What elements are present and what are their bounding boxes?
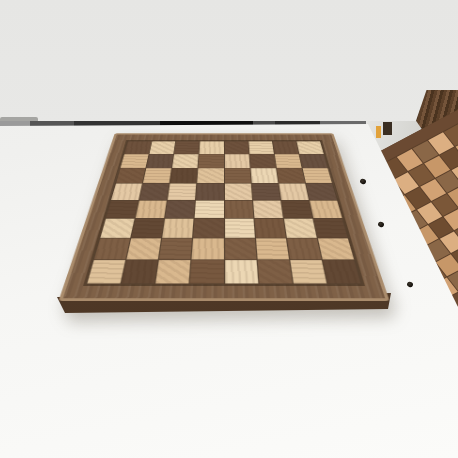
square-a6 xyxy=(116,168,145,183)
square-d6 xyxy=(197,168,223,183)
square-b2 xyxy=(127,238,162,259)
square-a2 xyxy=(94,238,130,259)
square-g2 xyxy=(287,238,322,259)
square-f4 xyxy=(253,200,283,217)
square-h6 xyxy=(303,168,332,183)
square-e6 xyxy=(224,168,250,183)
square-g1 xyxy=(290,260,327,283)
square-b7 xyxy=(146,154,173,168)
square-d4 xyxy=(195,200,224,217)
square-g5 xyxy=(279,184,309,200)
square-d2 xyxy=(192,238,224,259)
square-h5 xyxy=(306,184,337,200)
board-frame xyxy=(59,133,390,301)
square-e2 xyxy=(225,238,257,259)
square-g6 xyxy=(277,168,305,183)
square-b6 xyxy=(143,168,171,183)
square-g7 xyxy=(274,154,301,168)
square-g4 xyxy=(281,200,312,217)
square-h2 xyxy=(318,238,354,259)
square-f1 xyxy=(257,260,292,283)
square-b1 xyxy=(122,260,159,283)
photo-scene xyxy=(0,0,458,458)
chess-board xyxy=(92,60,355,340)
square-f8 xyxy=(248,141,273,154)
square-a1 xyxy=(87,260,125,283)
square-h4 xyxy=(309,200,341,217)
square-d7 xyxy=(198,154,223,168)
square-f2 xyxy=(256,238,289,259)
square-e5 xyxy=(224,184,251,200)
square-h3 xyxy=(313,218,347,237)
square-f6 xyxy=(250,168,277,183)
chess-board-group xyxy=(0,0,458,458)
square-c7 xyxy=(172,154,198,168)
square-b4 xyxy=(136,200,167,217)
square-a4 xyxy=(106,200,138,217)
square-f5 xyxy=(252,184,281,200)
square-c1 xyxy=(156,260,191,283)
square-c8 xyxy=(174,141,199,154)
square-a3 xyxy=(100,218,134,237)
board-grid xyxy=(86,141,362,284)
square-h1 xyxy=(323,260,361,283)
square-b5 xyxy=(140,184,170,200)
square-f7 xyxy=(249,154,275,168)
square-c2 xyxy=(159,238,192,259)
square-d1 xyxy=(190,260,223,283)
square-c6 xyxy=(170,168,197,183)
square-e8 xyxy=(224,141,248,154)
square-c3 xyxy=(162,218,193,237)
square-b3 xyxy=(131,218,164,237)
square-g8 xyxy=(273,141,299,154)
square-b8 xyxy=(149,141,175,154)
square-a8 xyxy=(124,141,151,154)
square-h7 xyxy=(299,154,327,168)
square-a5 xyxy=(111,184,142,200)
square-e7 xyxy=(224,154,249,168)
square-h8 xyxy=(297,141,324,154)
square-c5 xyxy=(168,184,197,200)
square-d8 xyxy=(199,141,223,154)
square-a7 xyxy=(120,154,148,168)
square-d5 xyxy=(196,184,223,200)
square-e1 xyxy=(225,260,258,283)
square-e4 xyxy=(224,200,253,217)
square-e3 xyxy=(224,218,254,237)
square-g3 xyxy=(284,218,317,237)
square-f3 xyxy=(254,218,285,237)
square-d3 xyxy=(193,218,223,237)
square-c4 xyxy=(165,200,195,217)
